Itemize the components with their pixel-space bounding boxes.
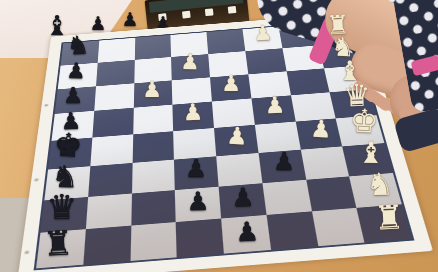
clock-button xyxy=(227,6,236,14)
white-pawn-d5[interactable]: ♟ xyxy=(182,100,203,123)
square-g6[interactable] xyxy=(131,190,176,226)
square-b7[interactable] xyxy=(96,60,135,86)
black-knight-a8[interactable]: ♞ xyxy=(66,32,90,58)
square-h6[interactable] xyxy=(130,222,177,261)
square-g3[interactable] xyxy=(262,179,311,215)
captured-black-pawn: ♟ xyxy=(121,10,138,29)
black-pawn-g5[interactable]: ♟ xyxy=(186,188,209,214)
square-f6[interactable] xyxy=(131,159,175,193)
square-h2[interactable] xyxy=(312,208,365,246)
white-pawn-e2[interactable]: ♟ xyxy=(310,117,332,142)
clock-button xyxy=(182,11,191,19)
white-pawn-d3[interactable]: ♟ xyxy=(264,94,285,117)
black-king-e7[interactable]: ♚ xyxy=(53,129,83,162)
square-f2[interactable] xyxy=(300,146,349,179)
square-h5[interactable] xyxy=(176,219,224,258)
white-knight-g1[interactable]: ♞ xyxy=(366,169,394,200)
white-pawn-e4[interactable]: ♟ xyxy=(226,124,248,149)
square-a7[interactable] xyxy=(97,38,134,63)
black-pawn-h4[interactable]: ♟ xyxy=(234,218,259,246)
square-f7[interactable] xyxy=(88,163,132,197)
clock-button xyxy=(205,8,214,16)
white-pawn-c6[interactable]: ♟ xyxy=(142,78,162,100)
black-pawn-b7[interactable]: ♟ xyxy=(66,60,86,82)
square-d7[interactable] xyxy=(92,108,133,138)
square-h7[interactable] xyxy=(83,226,131,265)
square-c7[interactable] xyxy=(94,83,134,111)
white-pawn-b5[interactable]: ♟ xyxy=(180,51,200,73)
black-pawn-g4[interactable]: ♟ xyxy=(232,185,255,211)
square-d6[interactable] xyxy=(133,105,174,135)
square-e6[interactable] xyxy=(132,131,174,163)
square-b3[interactable] xyxy=(245,48,286,74)
square-c2[interactable] xyxy=(286,68,330,95)
black-rook-h8[interactable]: ♜ xyxy=(42,226,74,261)
square-g2[interactable] xyxy=(306,176,357,212)
white-bishop-f1[interactable]: ♝ xyxy=(358,138,385,168)
black-pawn-f3[interactable]: ♟ xyxy=(273,150,295,175)
board-border-mark xyxy=(34,178,39,181)
board-border-mark xyxy=(24,251,29,255)
white-rook-h1[interactable]: ♜ xyxy=(373,200,405,235)
board-border-mark xyxy=(44,104,48,107)
white-pawn-a3[interactable]: ♟ xyxy=(253,22,273,44)
black-queen-g7[interactable]: ♛ xyxy=(46,190,77,225)
square-a4[interactable] xyxy=(206,29,245,54)
square-a6[interactable] xyxy=(134,35,171,60)
captured-black-pawn: ♟ xyxy=(89,14,106,33)
photo-scene: ♝♟♟♟ ♞♟♟♟♚♞♛♜♟♟♟♟♟♟♟♟♟♟♟♟♟♜♞♝♛♚♝♞♜ xyxy=(0,0,438,272)
square-g7[interactable] xyxy=(86,193,132,229)
black-pawn-f5[interactable]: ♟ xyxy=(185,157,207,182)
square-e7[interactable] xyxy=(90,134,133,166)
square-h3[interactable] xyxy=(266,212,317,250)
black-pawn-c7[interactable]: ♟ xyxy=(63,84,83,106)
white-king-e1[interactable]: ♚ xyxy=(349,105,379,138)
white-pawn-c4[interactable]: ♟ xyxy=(221,72,241,94)
